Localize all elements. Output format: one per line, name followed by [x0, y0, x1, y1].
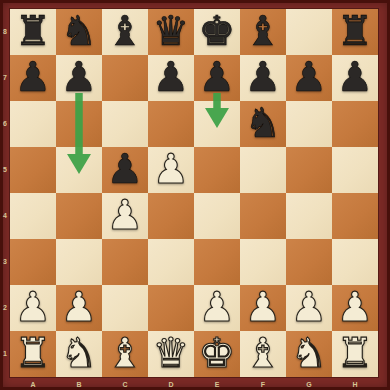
square-g5[interactable]: [286, 147, 332, 193]
piece-white-knight[interactable]: ♞: [286, 331, 332, 377]
square-g7[interactable]: ♟: [286, 55, 332, 101]
rank-label-4: 4: [0, 212, 10, 220]
square-f4[interactable]: [240, 193, 286, 239]
square-e7[interactable]: ♟: [194, 55, 240, 101]
piece-white-pawn[interactable]: ♟: [10, 285, 56, 331]
piece-black-knight[interactable]: ♞: [240, 101, 286, 147]
piece-black-knight[interactable]: ♞: [56, 9, 102, 55]
square-c6[interactable]: [102, 101, 148, 147]
piece-white-queen[interactable]: ♛: [148, 331, 194, 377]
square-c2[interactable]: [102, 285, 148, 331]
square-b8[interactable]: ♞: [56, 9, 102, 55]
square-d7[interactable]: ♟: [148, 55, 194, 101]
square-b7[interactable]: ♟: [56, 55, 102, 101]
square-a8[interactable]: ♜: [10, 9, 56, 55]
file-label-g: G: [286, 380, 332, 389]
rank-label-8: 8: [0, 28, 10, 36]
square-e6[interactable]: [194, 101, 240, 147]
square-c8[interactable]: ♝: [102, 9, 148, 55]
piece-black-rook[interactable]: ♜: [10, 9, 56, 55]
square-c3[interactable]: [102, 239, 148, 285]
piece-black-pawn[interactable]: ♟: [332, 55, 378, 101]
square-e4[interactable]: [194, 193, 240, 239]
piece-white-pawn[interactable]: ♟: [148, 147, 194, 193]
square-f1[interactable]: ♝: [240, 331, 286, 377]
rank-label-3: 3: [0, 258, 10, 266]
square-b3[interactable]: [56, 239, 102, 285]
square-a4[interactable]: [10, 193, 56, 239]
square-d1[interactable]: ♛: [148, 331, 194, 377]
square-h6[interactable]: [332, 101, 378, 147]
piece-white-rook[interactable]: ♜: [10, 331, 56, 377]
square-f5[interactable]: [240, 147, 286, 193]
piece-black-pawn[interactable]: ♟: [56, 55, 102, 101]
file-label-c: C: [102, 380, 148, 389]
square-g4[interactable]: [286, 193, 332, 239]
piece-black-pawn[interactable]: ♟: [148, 55, 194, 101]
rank-label-7: 7: [0, 74, 10, 82]
square-g2[interactable]: ♟: [286, 285, 332, 331]
square-g8[interactable]: [286, 9, 332, 55]
piece-white-pawn[interactable]: ♟: [332, 285, 378, 331]
file-label-e: E: [194, 380, 240, 389]
rank-label-6: 6: [0, 120, 10, 128]
square-h7[interactable]: ♟: [332, 55, 378, 101]
square-e2[interactable]: ♟: [194, 285, 240, 331]
square-f6[interactable]: ♞: [240, 101, 286, 147]
square-d4[interactable]: [148, 193, 194, 239]
square-c5[interactable]: ♟: [102, 147, 148, 193]
square-a2[interactable]: ♟: [10, 285, 56, 331]
file-label-d: D: [148, 380, 194, 389]
rank-label-5: 5: [0, 166, 10, 174]
square-a1[interactable]: ♜: [10, 331, 56, 377]
rank-label-1: 1: [0, 350, 10, 358]
piece-black-king[interactable]: ♚: [194, 9, 240, 55]
square-e8[interactable]: ♚: [194, 9, 240, 55]
square-b4[interactable]: [56, 193, 102, 239]
piece-white-pawn[interactable]: ♟: [56, 285, 102, 331]
file-label-a: A: [10, 380, 56, 389]
square-a3[interactable]: [10, 239, 56, 285]
piece-black-rook[interactable]: ♜: [332, 9, 378, 55]
piece-white-pawn[interactable]: ♟: [194, 285, 240, 331]
file-label-b: B: [56, 380, 102, 389]
square-h8[interactable]: ♜: [332, 9, 378, 55]
square-e5[interactable]: [194, 147, 240, 193]
piece-black-pawn[interactable]: ♟: [240, 55, 286, 101]
square-c1[interactable]: ♝: [102, 331, 148, 377]
square-h2[interactable]: ♟: [332, 285, 378, 331]
square-d2[interactable]: [148, 285, 194, 331]
square-f2[interactable]: ♟: [240, 285, 286, 331]
square-f7[interactable]: ♟: [240, 55, 286, 101]
file-label-f: F: [240, 380, 286, 389]
piece-black-queen[interactable]: ♛: [148, 9, 194, 55]
square-h5[interactable]: [332, 147, 378, 193]
square-b5[interactable]: [56, 147, 102, 193]
square-c7[interactable]: [102, 55, 148, 101]
square-h1[interactable]: ♜: [332, 331, 378, 377]
square-e3[interactable]: [194, 239, 240, 285]
square-f3[interactable]: [240, 239, 286, 285]
chess-board-frame: ♜♞♝♛♚♝♜♟♟♟♟♟♟♟♞♟♟♟♟♟♟♟♟♟♜♞♝♛♚♝♞♜ 8765432…: [0, 0, 390, 390]
square-h4[interactable]: [332, 193, 378, 239]
square-a5[interactable]: [10, 147, 56, 193]
square-c4[interactable]: ♟: [102, 193, 148, 239]
piece-white-pawn[interactable]: ♟: [286, 285, 332, 331]
square-f8[interactable]: ♝: [240, 9, 286, 55]
piece-white-knight[interactable]: ♞: [56, 331, 102, 377]
piece-white-king[interactable]: ♚: [194, 331, 240, 377]
piece-black-pawn[interactable]: ♟: [194, 55, 240, 101]
piece-white-pawn[interactable]: ♟: [240, 285, 286, 331]
chess-board: ♜♞♝♛♚♝♜♟♟♟♟♟♟♟♞♟♟♟♟♟♟♟♟♟♜♞♝♛♚♝♞♜: [10, 9, 378, 377]
square-a6[interactable]: [10, 101, 56, 147]
piece-black-bishop[interactable]: ♝: [102, 9, 148, 55]
square-b1[interactable]: ♞: [56, 331, 102, 377]
piece-black-bishop[interactable]: ♝: [240, 9, 286, 55]
square-d5[interactable]: ♟: [148, 147, 194, 193]
piece-white-rook[interactable]: ♜: [332, 331, 378, 377]
square-d8[interactable]: ♛: [148, 9, 194, 55]
square-b2[interactable]: ♟: [56, 285, 102, 331]
square-d6[interactable]: [148, 101, 194, 147]
square-e1[interactable]: ♚: [194, 331, 240, 377]
square-b6[interactable]: [56, 101, 102, 147]
square-d3[interactable]: [148, 239, 194, 285]
piece-black-pawn[interactable]: ♟: [10, 55, 56, 101]
file-label-h: H: [332, 380, 378, 389]
square-a7[interactable]: ♟: [10, 55, 56, 101]
piece-white-bishop[interactable]: ♝: [240, 331, 286, 377]
square-g3[interactable]: [286, 239, 332, 285]
piece-black-pawn[interactable]: ♟: [286, 55, 332, 101]
rank-label-2: 2: [0, 304, 10, 312]
square-h3[interactable]: [332, 239, 378, 285]
piece-black-pawn[interactable]: ♟: [102, 147, 148, 193]
square-g6[interactable]: [286, 101, 332, 147]
square-g1[interactable]: ♞: [286, 331, 332, 377]
piece-white-bishop[interactable]: ♝: [102, 331, 148, 377]
piece-white-pawn[interactable]: ♟: [102, 193, 148, 239]
